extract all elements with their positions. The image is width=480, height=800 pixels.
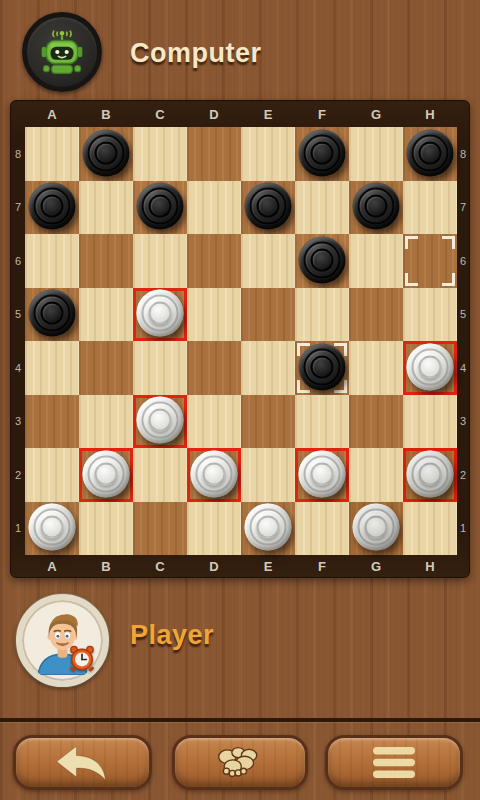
square-h5[interactable] <box>403 288 457 342</box>
square-b1[interactable] <box>79 502 133 556</box>
square-g8[interactable] <box>349 127 403 181</box>
square-d3[interactable] <box>187 395 241 449</box>
square-c4[interactable] <box>133 341 187 395</box>
back-arrow-icon <box>53 742 113 784</box>
white-piece-d2[interactable] <box>191 450 238 497</box>
rank-label-5: 5 <box>11 288 25 342</box>
square-a3[interactable] <box>25 395 79 449</box>
square-b5[interactable] <box>79 288 133 342</box>
rank-label-2: 2 <box>457 448 469 502</box>
square-d2[interactable] <box>187 448 241 502</box>
square-g3[interactable] <box>349 395 403 449</box>
square-d6[interactable] <box>187 234 241 288</box>
rank-label-8: 8 <box>11 127 25 181</box>
rank-label-4: 4 <box>457 341 469 395</box>
black-piece-f4[interactable] <box>299 343 346 390</box>
square-a7[interactable] <box>25 181 79 235</box>
alarm-clock-icon <box>67 644 97 674</box>
square-c6[interactable] <box>133 234 187 288</box>
square-e3[interactable] <box>241 395 295 449</box>
square-d5[interactable] <box>187 288 241 342</box>
white-piece-a1[interactable] <box>29 504 76 551</box>
file-label-b: B <box>79 101 133 127</box>
square-b2[interactable] <box>79 448 133 502</box>
square-g7[interactable] <box>349 181 403 235</box>
square-d4[interactable] <box>187 341 241 395</box>
rank-label-5: 5 <box>457 288 469 342</box>
computer-avatar <box>22 12 102 92</box>
square-d7[interactable] <box>187 181 241 235</box>
black-piece-h8[interactable] <box>407 129 454 176</box>
square-f8[interactable] <box>295 127 349 181</box>
file-labels-bottom: ABCDEFGH <box>25 556 457 577</box>
square-b4[interactable] <box>79 341 133 395</box>
square-h6[interactable] <box>403 234 457 288</box>
rank-label-1: 1 <box>11 502 25 556</box>
square-c8[interactable] <box>133 127 187 181</box>
square-g4[interactable] <box>349 341 403 395</box>
rank-label-8: 8 <box>457 127 469 181</box>
black-piece-e7[interactable] <box>245 183 292 230</box>
square-g5[interactable] <box>349 288 403 342</box>
square-f6[interactable] <box>295 234 349 288</box>
square-a8[interactable] <box>25 127 79 181</box>
white-piece-h4[interactable] <box>407 343 454 390</box>
rank-labels-right: 87654321 <box>457 127 469 555</box>
rank-label-3: 3 <box>457 395 469 449</box>
white-piece-g1[interactable] <box>353 504 400 551</box>
square-c7[interactable] <box>133 181 187 235</box>
square-e1[interactable] <box>241 502 295 556</box>
app-screen: Computer ABCDEFGH ABCDEFGH 87654321 8765… <box>0 0 480 800</box>
back-button[interactable] <box>13 735 152 790</box>
square-h8[interactable] <box>403 127 457 181</box>
file-label-h: H <box>403 556 457 577</box>
square-e4[interactable] <box>241 341 295 395</box>
file-labels-top: ABCDEFGH <box>25 101 457 127</box>
rank-label-7: 7 <box>457 181 469 235</box>
square-e8[interactable] <box>241 127 295 181</box>
file-label-e: E <box>241 556 295 577</box>
square-f7[interactable] <box>295 181 349 235</box>
square-h4[interactable] <box>403 341 457 395</box>
square-c5[interactable] <box>133 288 187 342</box>
square-d1[interactable] <box>187 502 241 556</box>
white-piece-f2[interactable] <box>299 450 346 497</box>
file-label-d: D <box>187 556 241 577</box>
square-h1[interactable] <box>403 502 457 556</box>
file-label-g: G <box>349 101 403 127</box>
square-f5[interactable] <box>295 288 349 342</box>
square-f1[interactable] <box>295 502 349 556</box>
square-g6[interactable] <box>349 234 403 288</box>
file-label-f: F <box>295 101 349 127</box>
file-label-a: A <box>25 556 79 577</box>
square-b6[interactable] <box>79 234 133 288</box>
file-label-c: C <box>133 556 187 577</box>
draw-offer-button[interactable] <box>172 735 308 790</box>
square-h7[interactable] <box>403 181 457 235</box>
player-name: Player <box>130 620 214 651</box>
board: ABCDEFGH ABCDEFGH 87654321 87654321 <box>10 100 470 578</box>
file-label-g: G <box>349 556 403 577</box>
rank-labels-left: 87654321 <box>11 127 25 555</box>
square-g2[interactable] <box>349 448 403 502</box>
white-piece-e1[interactable] <box>245 504 292 551</box>
square-h3[interactable] <box>403 395 457 449</box>
square-c2[interactable] <box>133 448 187 502</box>
black-piece-a7[interactable] <box>29 183 76 230</box>
square-c1[interactable] <box>133 502 187 556</box>
square-f2[interactable] <box>295 448 349 502</box>
handshake-icon <box>211 742 269 784</box>
square-e5[interactable] <box>241 288 295 342</box>
rank-label-7: 7 <box>11 181 25 235</box>
menu-icon <box>372 746 416 779</box>
separator-line <box>0 718 480 722</box>
white-piece-c3[interactable] <box>137 397 184 444</box>
square-b8[interactable] <box>79 127 133 181</box>
file-label-h: H <box>403 101 457 127</box>
rank-label-1: 1 <box>457 502 469 556</box>
square-a2[interactable] <box>25 448 79 502</box>
move-marker-h6 <box>405 236 455 286</box>
square-c3[interactable] <box>133 395 187 449</box>
white-piece-c5[interactable] <box>137 290 184 337</box>
square-e6[interactable] <box>241 234 295 288</box>
black-piece-a5[interactable] <box>29 290 76 337</box>
square-a4[interactable] <box>25 341 79 395</box>
file-label-e: E <box>241 101 295 127</box>
black-piece-f6[interactable] <box>299 236 346 283</box>
square-h2[interactable] <box>403 448 457 502</box>
square-f3[interactable] <box>295 395 349 449</box>
rank-label-6: 6 <box>11 234 25 288</box>
black-piece-f8[interactable] <box>299 129 346 176</box>
rank-label-2: 2 <box>11 448 25 502</box>
opponent-name: Computer <box>130 38 262 69</box>
square-e7[interactable] <box>241 181 295 235</box>
rank-label-6: 6 <box>457 234 469 288</box>
square-b3[interactable] <box>79 395 133 449</box>
square-f4[interactable] <box>295 341 349 395</box>
square-a1[interactable] <box>25 502 79 556</box>
black-piece-c7[interactable] <box>137 183 184 230</box>
white-piece-b2[interactable] <box>83 450 130 497</box>
square-a6[interactable] <box>25 234 79 288</box>
board-grid <box>25 127 457 555</box>
file-label-c: C <box>133 101 187 127</box>
black-piece-g7[interactable] <box>353 183 400 230</box>
file-label-f: F <box>295 556 349 577</box>
square-g1[interactable] <box>349 502 403 556</box>
white-piece-h2[interactable] <box>407 450 454 497</box>
file-label-a: A <box>25 101 79 127</box>
robot-icon <box>37 27 87 77</box>
square-a5[interactable] <box>25 288 79 342</box>
square-e2[interactable] <box>241 448 295 502</box>
file-label-b: B <box>79 556 133 577</box>
black-piece-b8[interactable] <box>83 129 130 176</box>
square-d8[interactable] <box>187 127 241 181</box>
rank-label-4: 4 <box>11 341 25 395</box>
menu-button[interactable] <box>325 735 463 790</box>
rank-label-3: 3 <box>11 395 25 449</box>
square-b7[interactable] <box>79 181 133 235</box>
file-label-d: D <box>187 101 241 127</box>
